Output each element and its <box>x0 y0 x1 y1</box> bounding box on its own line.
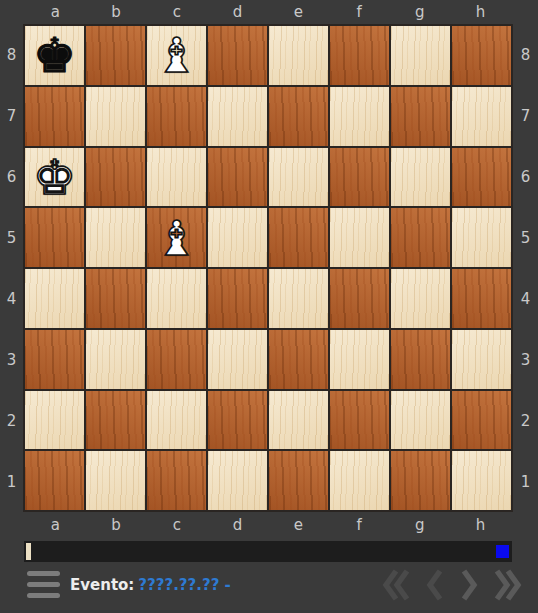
rank-label-8: 8 <box>0 24 23 85</box>
file-label-c: c <box>147 3 208 21</box>
square-d6[interactable] <box>208 148 267 207</box>
square-c4[interactable] <box>147 269 206 328</box>
rank-label-4: 4 <box>0 268 23 329</box>
file-label-a: a <box>25 3 86 21</box>
square-e2[interactable] <box>269 391 328 450</box>
square-d7[interactable] <box>208 87 267 146</box>
square-d5[interactable] <box>208 208 267 267</box>
file-label-h: h <box>450 516 511 534</box>
square-a1[interactable] <box>25 451 84 510</box>
square-b5[interactable] <box>86 208 145 267</box>
event-info: Evento:????.??.?? - <box>70 576 231 594</box>
square-a3[interactable] <box>25 330 84 389</box>
rank-label-6: 6 <box>0 146 23 207</box>
square-e1[interactable] <box>269 451 328 510</box>
square-g5[interactable] <box>391 208 450 267</box>
square-h7[interactable] <box>452 87 511 146</box>
square-b1[interactable] <box>86 451 145 510</box>
square-g1[interactable] <box>391 451 450 510</box>
square-c6[interactable] <box>147 148 206 207</box>
file-label-g: g <box>390 3 451 21</box>
go-to-start-button[interactable] <box>382 568 412 602</box>
square-b2[interactable] <box>86 391 145 450</box>
square-h3[interactable] <box>452 330 511 389</box>
white-bishop[interactable]: ♝ <box>155 214 198 262</box>
square-h1[interactable] <box>452 451 511 510</box>
go-to-end-button[interactable] <box>492 568 522 602</box>
square-g2[interactable] <box>391 391 450 450</box>
file-label-c: c <box>147 516 208 534</box>
square-b3[interactable] <box>86 330 145 389</box>
double-chevron-left-icon <box>382 568 412 602</box>
square-a7[interactable] <box>25 87 84 146</box>
square-d2[interactable] <box>208 391 267 450</box>
square-d1[interactable] <box>208 451 267 510</box>
white-king[interactable]: ♚ <box>33 153 76 201</box>
square-f7[interactable] <box>330 87 389 146</box>
chess-board: ♚♝♚♝ <box>23 24 513 512</box>
square-a5[interactable] <box>25 208 84 267</box>
square-h5[interactable] <box>452 208 511 267</box>
progress-end-marker[interactable] <box>496 545 509 558</box>
bottom-toolbar: Evento:????.??.?? - <box>0 562 538 613</box>
square-c1[interactable] <box>147 451 206 510</box>
move-navigation <box>382 568 526 602</box>
rank-label-1: 1 <box>513 451 538 512</box>
square-c3[interactable] <box>147 330 206 389</box>
rank-label-1: 1 <box>0 451 23 512</box>
square-b6[interactable] <box>86 148 145 207</box>
square-e4[interactable] <box>269 269 328 328</box>
rank-label-5: 5 <box>0 207 23 268</box>
double-chevron-right-icon <box>492 568 522 602</box>
rank-label-3: 3 <box>513 329 538 390</box>
square-b4[interactable] <box>86 269 145 328</box>
square-f3[interactable] <box>330 330 389 389</box>
chevron-left-icon <box>426 568 445 602</box>
rank-labels-left: 87654321 <box>0 24 23 512</box>
event-label: Evento: <box>70 576 134 594</box>
square-d3[interactable] <box>208 330 267 389</box>
progress-cursor[interactable] <box>26 543 31 560</box>
square-f8[interactable] <box>330 26 389 85</box>
square-e6[interactable] <box>269 148 328 207</box>
rank-label-6: 6 <box>513 146 538 207</box>
rank-label-2: 2 <box>513 390 538 451</box>
square-f2[interactable] <box>330 391 389 450</box>
file-label-e: e <box>268 516 329 534</box>
file-label-f: f <box>329 516 390 534</box>
file-label-d: d <box>207 3 268 21</box>
square-d8[interactable] <box>208 26 267 85</box>
rank-label-7: 7 <box>513 85 538 146</box>
square-e7[interactable] <box>269 87 328 146</box>
square-h6[interactable] <box>452 148 511 207</box>
menu-icon[interactable] <box>27 571 60 598</box>
rank-labels-right: 87654321 <box>513 24 538 512</box>
square-c2[interactable] <box>147 391 206 450</box>
rank-label-2: 2 <box>0 390 23 451</box>
file-label-d: d <box>207 516 268 534</box>
square-g7[interactable] <box>391 87 450 146</box>
square-g4[interactable] <box>391 269 450 328</box>
square-e8[interactable] <box>269 26 328 85</box>
square-h8[interactable] <box>452 26 511 85</box>
rank-label-8: 8 <box>513 24 538 85</box>
square-c5[interactable]: ♝ <box>147 208 206 267</box>
rank-label-7: 7 <box>0 85 23 146</box>
file-labels-bottom: abcdefgh <box>0 512 538 538</box>
rank-label-5: 5 <box>513 207 538 268</box>
square-c7[interactable] <box>147 87 206 146</box>
square-a2[interactable] <box>25 391 84 450</box>
file-label-g: g <box>390 516 451 534</box>
square-e3[interactable] <box>269 330 328 389</box>
file-label-f: f <box>329 3 390 21</box>
square-e5[interactable] <box>269 208 328 267</box>
square-f6[interactable] <box>330 148 389 207</box>
square-g6[interactable] <box>391 148 450 207</box>
file-label-b: b <box>86 3 147 21</box>
square-h4[interactable] <box>452 269 511 328</box>
move-progress-bar[interactable] <box>24 541 512 562</box>
square-d4[interactable] <box>208 269 267 328</box>
black-king[interactable]: ♚ <box>33 31 76 79</box>
square-b7[interactable] <box>86 87 145 146</box>
chevron-right-icon <box>459 568 478 602</box>
chess-viewer-app: abcdefgh 87654321 ♚♝♚♝ 87654321 abcdefgh… <box>0 0 538 613</box>
square-a8[interactable]: ♚ <box>25 26 84 85</box>
square-f1[interactable] <box>330 451 389 510</box>
file-label-e: e <box>268 3 329 21</box>
white-bishop[interactable]: ♝ <box>155 31 198 79</box>
square-g3[interactable] <box>391 330 450 389</box>
square-f4[interactable] <box>330 269 389 328</box>
previous-move-button[interactable] <box>426 568 445 602</box>
square-a4[interactable] <box>25 269 84 328</box>
file-label-h: h <box>450 3 511 21</box>
file-label-b: b <box>86 516 147 534</box>
file-labels-top: abcdefgh <box>0 0 538 24</box>
square-b8[interactable] <box>86 26 145 85</box>
square-c8[interactable]: ♝ <box>147 26 206 85</box>
event-link[interactable]: ????.??.?? - <box>138 576 230 594</box>
square-f5[interactable] <box>330 208 389 267</box>
square-a6[interactable]: ♚ <box>25 148 84 207</box>
rank-label-4: 4 <box>513 268 538 329</box>
square-g8[interactable] <box>391 26 450 85</box>
file-label-a: a <box>25 516 86 534</box>
rank-label-3: 3 <box>0 329 23 390</box>
next-move-button[interactable] <box>459 568 478 602</box>
square-h2[interactable] <box>452 391 511 450</box>
